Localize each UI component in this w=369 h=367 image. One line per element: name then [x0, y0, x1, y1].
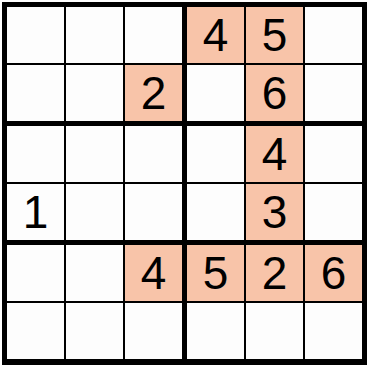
cell-r1c4[interactable]: 4 — [187, 7, 244, 63]
cell-r2c2[interactable] — [66, 65, 123, 121]
cell-r3c5[interactable]: 4 — [246, 126, 303, 182]
cell-r5c1[interactable] — [7, 245, 64, 301]
sudoku-page: 45264134526 — [0, 0, 369, 367]
cell-r4c6[interactable] — [305, 184, 362, 240]
cell-r3c4[interactable] — [187, 126, 244, 182]
cell-r2c5[interactable]: 6 — [246, 65, 303, 121]
cell-r3c6[interactable] — [305, 126, 362, 182]
sudoku-board: 45264134526 — [2, 2, 367, 365]
cell-r1c5[interactable]: 5 — [246, 7, 303, 63]
cell-r4c4[interactable] — [187, 184, 244, 240]
cell-r6c6[interactable] — [305, 303, 362, 359]
cell-r5c2[interactable] — [66, 245, 123, 301]
cell-r6c3[interactable] — [125, 303, 182, 359]
cell-r1c6[interactable] — [305, 7, 362, 63]
cell-r3c1[interactable] — [7, 126, 64, 182]
cell-r2c3[interactable]: 2 — [125, 65, 182, 121]
cell-r1c1[interactable] — [7, 7, 64, 63]
cell-r6c4[interactable] — [187, 303, 244, 359]
cell-r4c5[interactable]: 3 — [246, 184, 303, 240]
cell-r4c2[interactable] — [66, 184, 123, 240]
cell-r1c2[interactable] — [66, 7, 123, 63]
cell-r3c3[interactable] — [125, 126, 182, 182]
cell-r2c1[interactable] — [7, 65, 64, 121]
cell-r1c3[interactable] — [125, 7, 182, 63]
cell-r5c3[interactable]: 4 — [125, 245, 182, 301]
cell-r4c3[interactable] — [125, 184, 182, 240]
cell-r3c2[interactable] — [66, 126, 123, 182]
cell-r5c5[interactable]: 2 — [246, 245, 303, 301]
cell-r5c6[interactable]: 6 — [305, 245, 362, 301]
cell-r6c2[interactable] — [66, 303, 123, 359]
cell-r6c1[interactable] — [7, 303, 64, 359]
cell-r2c4[interactable] — [187, 65, 244, 121]
cell-r2c6[interactable] — [305, 65, 362, 121]
cell-r5c4[interactable]: 5 — [187, 245, 244, 301]
cell-r4c1[interactable]: 1 — [7, 184, 64, 240]
cell-r6c5[interactable] — [246, 303, 303, 359]
